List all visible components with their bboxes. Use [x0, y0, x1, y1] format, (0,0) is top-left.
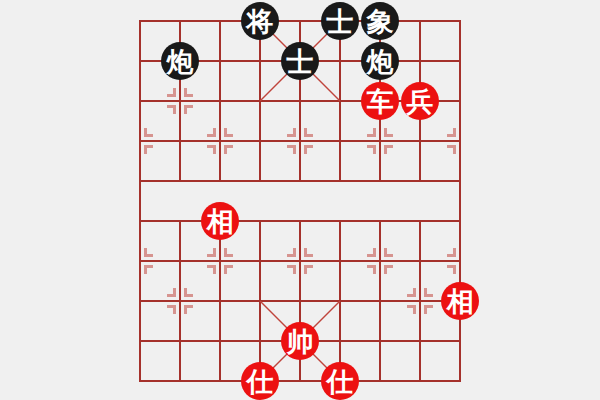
- piece-black-cannon[interactable]: 炮: [161, 42, 199, 80]
- point-marker: [287, 128, 296, 137]
- piece-black-cannon[interactable]: 炮: [361, 42, 399, 80]
- piece-black-elephant[interactable]: 象: [361, 2, 399, 40]
- piece-red-soldier[interactable]: 兵: [401, 82, 439, 120]
- point-marker: [144, 265, 153, 274]
- point-marker: [447, 265, 456, 274]
- point-marker: [167, 305, 176, 314]
- grid-line: [139, 20, 141, 382]
- point-marker: [207, 145, 216, 154]
- point-marker: [407, 288, 416, 297]
- piece-red-advisor[interactable]: 仕: [321, 362, 359, 400]
- point-marker: [167, 288, 176, 297]
- point-marker: [447, 145, 456, 154]
- xiangqi-board[interactable]: 将士象炮士炮车兵相相帅仕仕: [140, 21, 460, 381]
- point-marker: [144, 248, 153, 257]
- point-marker: [424, 305, 433, 314]
- point-marker: [447, 248, 456, 257]
- point-marker: [144, 128, 153, 137]
- point-marker: [167, 88, 176, 97]
- point-marker: [384, 265, 393, 274]
- point-marker: [304, 248, 313, 257]
- grid-line: [419, 220, 421, 382]
- point-marker: [447, 128, 456, 137]
- piece-red-elephant[interactable]: 相: [441, 282, 479, 320]
- piece-red-general[interactable]: 帅: [281, 322, 319, 360]
- point-marker: [367, 145, 376, 154]
- point-marker: [224, 248, 233, 257]
- grid-line: [379, 220, 381, 382]
- point-marker: [184, 88, 193, 97]
- point-marker: [424, 288, 433, 297]
- point-marker: [207, 265, 216, 274]
- point-marker: [287, 248, 296, 257]
- point-marker: [184, 105, 193, 114]
- point-marker: [287, 145, 296, 154]
- grid-line: [219, 220, 221, 382]
- point-marker: [384, 248, 393, 257]
- point-marker: [184, 305, 193, 314]
- screenshot-root: 将士象炮士炮车兵相相帅仕仕: [0, 0, 600, 400]
- piece-red-elephant[interactable]: 相: [201, 202, 239, 240]
- point-marker: [407, 305, 416, 314]
- point-marker: [287, 265, 296, 274]
- grid-line: [219, 20, 221, 182]
- point-marker: [207, 248, 216, 257]
- point-marker: [304, 145, 313, 154]
- point-marker: [367, 248, 376, 257]
- point-marker: [167, 105, 176, 114]
- point-marker: [184, 288, 193, 297]
- point-marker: [224, 265, 233, 274]
- point-marker: [144, 145, 153, 154]
- point-marker: [384, 145, 393, 154]
- point-marker: [384, 128, 393, 137]
- grid-line: [459, 20, 461, 382]
- point-marker: [367, 265, 376, 274]
- point-marker: [224, 128, 233, 137]
- piece-black-advisor[interactable]: 士: [321, 2, 359, 40]
- point-marker: [207, 128, 216, 137]
- piece-black-advisor[interactable]: 士: [281, 42, 319, 80]
- grid-line: [179, 220, 181, 382]
- point-marker: [304, 128, 313, 137]
- piece-red-advisor[interactable]: 仕: [241, 362, 279, 400]
- point-marker: [224, 145, 233, 154]
- piece-black-general[interactable]: 将: [241, 2, 279, 40]
- point-marker: [367, 128, 376, 137]
- point-marker: [304, 265, 313, 274]
- piece-red-chariot[interactable]: 车: [361, 82, 399, 120]
